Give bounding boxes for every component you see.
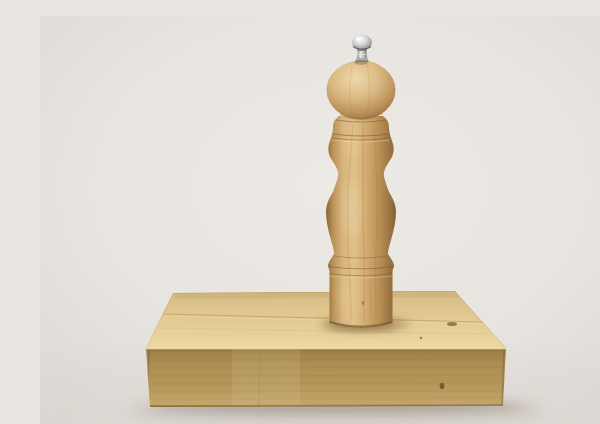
mill-ball-head bbox=[327, 60, 396, 119]
knob-specular-dot bbox=[356, 37, 359, 40]
wooden-block bbox=[146, 291, 506, 408]
photo-pepper-mill-on-block bbox=[40, 16, 600, 424]
front-face-knot bbox=[440, 383, 445, 389]
mill-base-speck bbox=[362, 301, 365, 305]
mill-body bbox=[326, 116, 396, 327]
block-top-face bbox=[146, 291, 506, 348]
top-face-knot bbox=[447, 322, 457, 326]
photo-canvas bbox=[40, 16, 600, 424]
